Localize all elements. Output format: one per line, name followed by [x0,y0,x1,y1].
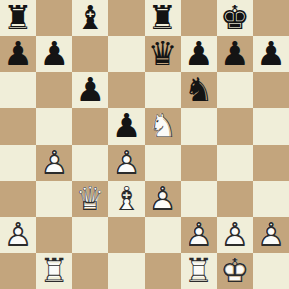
square-a7[interactable]: ♟ [0,36,36,72]
piece-glyph-solid: ♛ [145,36,181,72]
piece-glyph-solid: ♟ [108,108,144,144]
square-b1[interactable]: ♜♖ [36,253,72,289]
piece-black-king-g8[interactable]: ♚ [217,0,253,36]
square-b5[interactable] [36,108,72,144]
piece-black-pawn-h7[interactable]: ♟ [253,36,289,72]
piece-black-pawn-a7[interactable]: ♟ [0,36,36,72]
square-e8[interactable]: ♜ [145,0,181,36]
piece-white-king-g1[interactable]: ♚♔ [217,253,253,289]
square-e3[interactable]: ♟♙ [145,181,181,217]
square-c1[interactable] [72,253,108,289]
square-g8[interactable]: ♚ [217,0,253,36]
square-d4[interactable]: ♟♙ [108,145,144,181]
square-d2[interactable] [108,217,144,253]
square-a6[interactable] [0,72,36,108]
piece-glyph-outline: ♙ [0,217,36,253]
square-h3[interactable] [253,181,289,217]
square-c5[interactable] [72,108,108,144]
piece-black-pawn-b7[interactable]: ♟ [36,36,72,72]
piece-white-pawn-a2[interactable]: ♟♙ [0,217,36,253]
square-h4[interactable] [253,145,289,181]
square-f5[interactable] [181,108,217,144]
piece-glyph-outline: ♙ [108,145,144,181]
piece-black-pawn-c6[interactable]: ♟ [72,72,108,108]
square-g1[interactable]: ♚♔ [217,253,253,289]
piece-glyph-outline: ♙ [36,145,72,181]
square-b7[interactable]: ♟ [36,36,72,72]
square-g3[interactable] [217,181,253,217]
piece-glyph-solid: ♞ [181,72,217,108]
square-c8[interactable]: ♝ [72,0,108,36]
square-d3[interactable]: ♝♗ [108,181,144,217]
piece-black-rook-e8[interactable]: ♜ [145,0,181,36]
square-c6[interactable]: ♟ [72,72,108,108]
piece-black-pawn-d5[interactable]: ♟ [108,108,144,144]
square-b2[interactable] [36,217,72,253]
square-a1[interactable] [0,253,36,289]
piece-glyph-outline: ♙ [145,181,181,217]
piece-glyph-outline: ♗ [108,181,144,217]
piece-black-bishop-c8[interactable]: ♝ [72,0,108,36]
piece-white-pawn-h2[interactable]: ♟♙ [253,217,289,253]
square-e7[interactable]: ♛ [145,36,181,72]
square-g2[interactable]: ♟♙ [217,217,253,253]
square-a5[interactable] [0,108,36,144]
piece-black-pawn-g7[interactable]: ♟ [217,36,253,72]
piece-black-queen-e7[interactable]: ♛ [145,36,181,72]
piece-glyph-solid: ♚ [217,0,253,36]
piece-white-pawn-g2[interactable]: ♟♙ [217,217,253,253]
square-a2[interactable]: ♟♙ [0,217,36,253]
piece-glyph-solid: ♟ [181,36,217,72]
piece-white-bishop-d3[interactable]: ♝♗ [108,181,144,217]
square-f2[interactable]: ♟♙ [181,217,217,253]
square-d5[interactable]: ♟ [108,108,144,144]
square-d6[interactable] [108,72,144,108]
square-e4[interactable] [145,145,181,181]
piece-glyph-solid: ♟ [36,36,72,72]
piece-glyph-outline: ♙ [253,217,289,253]
square-f3[interactable] [181,181,217,217]
square-e1[interactable] [145,253,181,289]
piece-black-knight-f6[interactable]: ♞ [181,72,217,108]
piece-glyph-outline: ♖ [36,253,72,289]
piece-glyph-solid: ♜ [145,0,181,36]
square-g6[interactable] [217,72,253,108]
square-f6[interactable]: ♞ [181,72,217,108]
square-f8[interactable] [181,0,217,36]
square-g4[interactable] [217,145,253,181]
chess-board: ♜♝♜♚♟♟♛♟♟♟♟♞♟♞♘♟♙♟♙♛♕♝♗♟♙♟♙♟♙♟♙♟♙♜♖♜♖♚♔ [0,0,289,289]
square-e5[interactable]: ♞♘ [145,108,181,144]
square-c7[interactable] [72,36,108,72]
piece-glyph-solid: ♜ [0,0,36,36]
piece-white-queen-c3[interactable]: ♛♕ [72,181,108,217]
piece-white-pawn-b4[interactable]: ♟♙ [36,145,72,181]
square-b4[interactable]: ♟♙ [36,145,72,181]
piece-white-pawn-d4[interactable]: ♟♙ [108,145,144,181]
square-c4[interactable] [72,145,108,181]
square-a4[interactable] [0,145,36,181]
square-e2[interactable] [145,217,181,253]
square-f1[interactable]: ♜♖ [181,253,217,289]
square-c2[interactable] [72,217,108,253]
square-h6[interactable] [253,72,289,108]
piece-black-rook-a8[interactable]: ♜ [0,0,36,36]
square-a8[interactable]: ♜ [0,0,36,36]
square-h7[interactable]: ♟ [253,36,289,72]
piece-white-pawn-f2[interactable]: ♟♙ [181,217,217,253]
square-h8[interactable] [253,0,289,36]
piece-glyph-outline: ♙ [217,217,253,253]
piece-glyph-solid: ♟ [0,36,36,72]
square-b3[interactable] [36,181,72,217]
square-f4[interactable] [181,145,217,181]
square-g7[interactable]: ♟ [217,36,253,72]
square-c3[interactable]: ♛♕ [72,181,108,217]
piece-glyph-outline: ♖ [181,253,217,289]
square-h5[interactable] [253,108,289,144]
piece-glyph-solid: ♟ [217,36,253,72]
square-b6[interactable] [36,72,72,108]
piece-glyph-outline: ♘ [145,108,181,144]
square-b8[interactable] [36,0,72,36]
square-a3[interactable] [0,181,36,217]
square-h2[interactable]: ♟♙ [253,217,289,253]
square-h1[interactable] [253,253,289,289]
piece-glyph-solid: ♝ [72,0,108,36]
square-d8[interactable] [108,0,144,36]
piece-black-pawn-f7[interactable]: ♟ [181,36,217,72]
square-e6[interactable] [145,72,181,108]
square-f7[interactable]: ♟ [181,36,217,72]
piece-white-rook-f1[interactable]: ♜♖ [181,253,217,289]
piece-glyph-solid: ♟ [253,36,289,72]
piece-glyph-outline: ♙ [181,217,217,253]
piece-glyph-outline: ♕ [72,181,108,217]
piece-glyph-outline: ♔ [217,253,253,289]
square-g5[interactable] [217,108,253,144]
piece-white-rook-b1[interactable]: ♜♖ [36,253,72,289]
piece-white-knight-e5[interactable]: ♞♘ [145,108,181,144]
square-d7[interactable] [108,36,144,72]
piece-white-pawn-e3[interactable]: ♟♙ [145,181,181,217]
square-d1[interactable] [108,253,144,289]
piece-glyph-solid: ♟ [72,72,108,108]
